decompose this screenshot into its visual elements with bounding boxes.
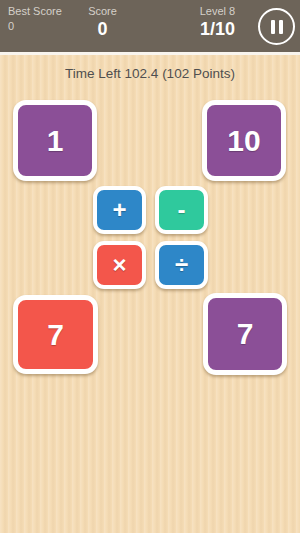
number-tile-top-left[interactable]: 1 xyxy=(13,100,97,181)
number-tile-value: 10 xyxy=(227,124,260,158)
number-tile-value: 7 xyxy=(47,318,64,352)
game-board: 1 10 + - × ÷ 7 7 xyxy=(0,0,300,533)
number-tile-top-right[interactable]: 10 xyxy=(202,100,286,181)
operator-tile-divide[interactable]: ÷ xyxy=(155,241,208,289)
minus-icon: - xyxy=(178,196,186,224)
multiply-icon: × xyxy=(112,251,126,279)
divide-icon: ÷ xyxy=(175,251,188,279)
operator-tile-minus[interactable]: - xyxy=(155,186,208,234)
operator-tile-plus[interactable]: + xyxy=(93,186,146,234)
number-tile-bottom-right[interactable]: 7 xyxy=(203,293,287,375)
game-screen: Best Score 0 Score 0 Level 8 1/10 Time L… xyxy=(0,0,300,533)
operator-tile-multiply[interactable]: × xyxy=(93,241,146,289)
number-tile-bottom-left[interactable]: 7 xyxy=(13,295,98,374)
plus-icon: + xyxy=(112,196,126,224)
number-tile-value: 7 xyxy=(237,317,254,351)
number-tile-value: 1 xyxy=(47,124,64,158)
